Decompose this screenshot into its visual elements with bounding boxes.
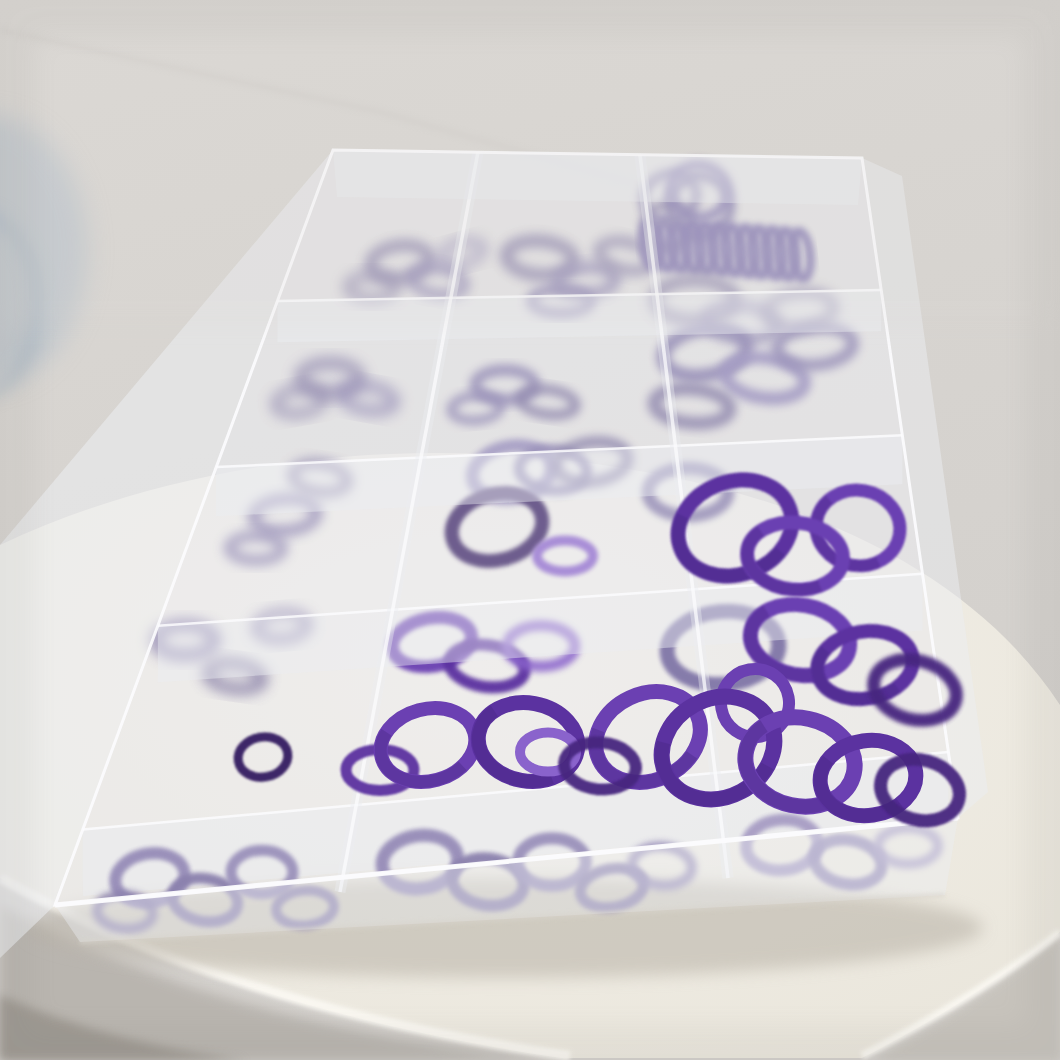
top-soft-focus-wash — [0, 0, 1060, 330]
photo-oring-kit — [0, 0, 1060, 1060]
scene-canvas — [0, 0, 1060, 1060]
